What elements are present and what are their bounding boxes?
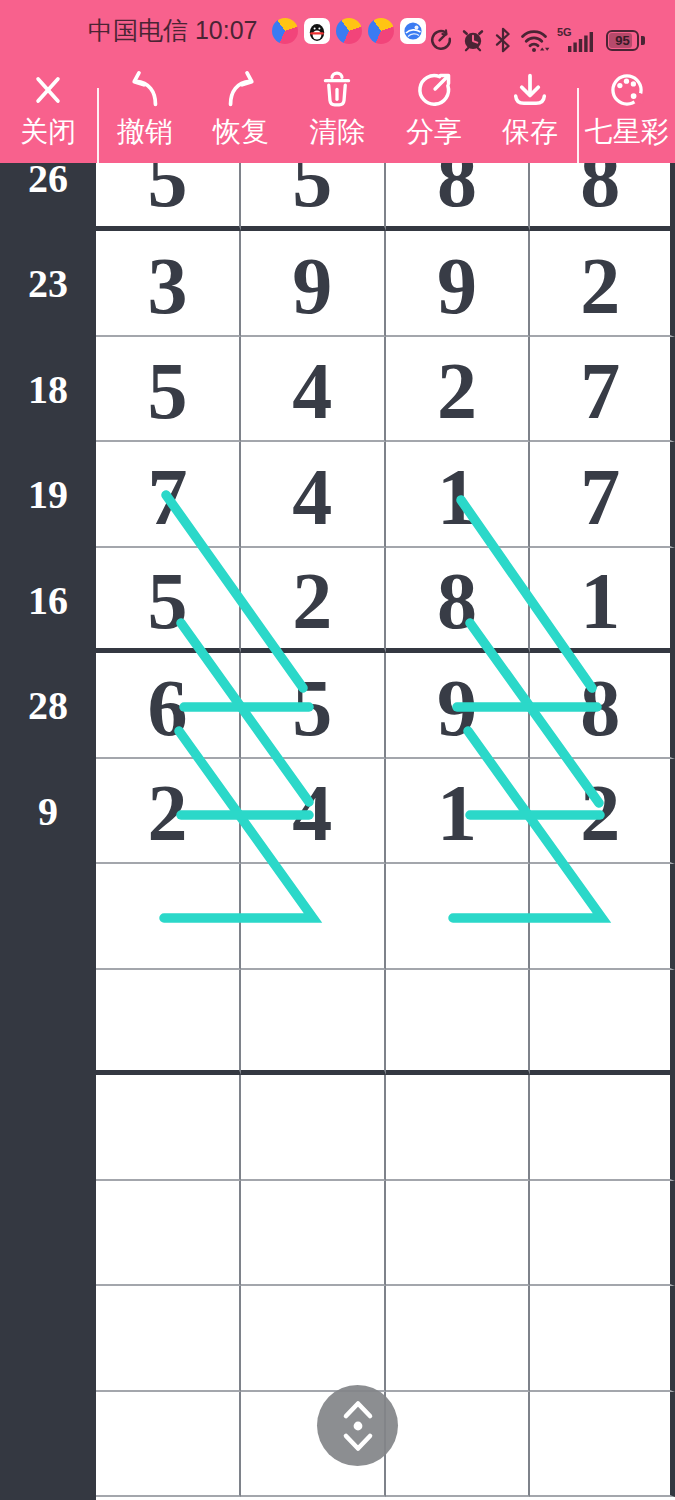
toolbar-divider xyxy=(577,88,579,170)
board-cell[interactable] xyxy=(241,864,386,970)
board-cell[interactable] xyxy=(530,1392,675,1498)
row-label: 16 xyxy=(0,548,96,654)
board-cell[interactable] xyxy=(530,1181,675,1287)
board-cell[interactable]: 8 xyxy=(386,548,531,654)
board-cell[interactable] xyxy=(530,864,675,970)
board-cell[interactable] xyxy=(96,1392,241,1498)
pinwheel-icon xyxy=(368,18,394,44)
board-cell[interactable] xyxy=(241,970,386,1076)
row-label: 18 xyxy=(0,337,96,443)
board-cell[interactable]: 5 xyxy=(96,163,241,231)
board-cell[interactable] xyxy=(96,1075,241,1181)
redo-icon xyxy=(219,68,263,112)
board-cell[interactable]: 4 xyxy=(241,337,386,443)
board-row xyxy=(0,1286,675,1392)
row-label xyxy=(0,1075,96,1181)
save-button[interactable]: 保存 xyxy=(482,60,578,163)
board-cell[interactable]: 7 xyxy=(530,337,675,443)
board-cell[interactable] xyxy=(241,1181,386,1287)
board-row: 92412 xyxy=(0,759,675,865)
board-cell[interactable] xyxy=(530,1286,675,1392)
signal-bars-icon: 5G xyxy=(557,26,599,54)
row-label xyxy=(0,1392,96,1498)
trend-chart-board: 2655882339921854271974171652812865989241… xyxy=(0,163,675,1500)
board-cell[interactable] xyxy=(241,1286,386,1392)
row-label xyxy=(0,864,96,970)
board-row xyxy=(0,864,675,970)
toolbar-label: 撤销 xyxy=(117,115,173,149)
board-cell[interactable] xyxy=(530,970,675,1076)
wifi-icon xyxy=(520,27,550,53)
board-cell[interactable] xyxy=(96,970,241,1076)
toolbar-label: 清除 xyxy=(309,115,365,149)
board-cell[interactable] xyxy=(96,1286,241,1392)
board-cell[interactable] xyxy=(96,1181,241,1287)
board-row: 286598 xyxy=(0,653,675,759)
board-cell[interactable]: 5 xyxy=(96,548,241,654)
clear-button[interactable]: 清除 xyxy=(289,60,385,163)
board-row: 197417 xyxy=(0,442,675,548)
board-row: 233992 xyxy=(0,231,675,337)
board-cell[interactable]: 2 xyxy=(386,337,531,443)
toolbar: 关闭 撤销 恢复 清除 分享 保存 七星彩 xyxy=(0,60,675,163)
alarm-icon xyxy=(460,27,486,53)
row-label: 23 xyxy=(0,231,96,337)
undo-icon xyxy=(123,68,167,112)
board-cell[interactable] xyxy=(386,1075,531,1181)
toolbar-divider xyxy=(97,88,99,170)
share-button[interactable]: 分享 xyxy=(386,60,482,163)
board-cell[interactable] xyxy=(386,970,531,1076)
row-label: 19 xyxy=(0,442,96,548)
board-cell[interactable]: 4 xyxy=(241,759,386,865)
svg-text:5G: 5G xyxy=(557,26,572,38)
board-cell[interactable]: 1 xyxy=(530,548,675,654)
redo-button[interactable]: 恢复 xyxy=(193,60,289,163)
toolbar-label: 恢复 xyxy=(213,115,269,149)
row-label xyxy=(0,1286,96,1392)
board-cell[interactable]: 2 xyxy=(530,759,675,865)
browser-globe-icon xyxy=(400,18,426,44)
row-label: 9 xyxy=(0,759,96,865)
close-icon xyxy=(26,68,70,112)
board-row: 165281 xyxy=(0,548,675,654)
pinwheel-icon xyxy=(336,18,362,44)
board-cell[interactable]: 9 xyxy=(386,653,531,759)
close-button[interactable]: 关闭 xyxy=(0,60,96,163)
board-cell[interactable]: 1 xyxy=(386,759,531,865)
status-bar: 中国电信 10:07 5G 95 xyxy=(0,0,675,60)
scroll-arrows-icon xyxy=(335,1394,381,1458)
battery-percent: 95 xyxy=(615,34,629,47)
scroll-toggle-button[interactable] xyxy=(317,1385,398,1466)
row-label xyxy=(0,970,96,1076)
carrier-and-time: 中国电信 10:07 xyxy=(88,14,258,47)
board-cell[interactable] xyxy=(530,1075,675,1181)
download-icon xyxy=(508,68,552,112)
board-cell[interactable] xyxy=(96,864,241,970)
battery-nub xyxy=(641,36,645,45)
qq-icon xyxy=(304,18,330,44)
palette-icon xyxy=(605,68,649,112)
board-grid: 2655882339921854271974171652812865989241… xyxy=(0,163,675,1497)
board-cell[interactable] xyxy=(386,1392,531,1498)
board-row xyxy=(0,1075,675,1181)
board-cell[interactable]: 5 xyxy=(96,337,241,443)
lottery-type-button[interactable]: 七星彩 xyxy=(579,60,675,163)
row-label: 26 xyxy=(0,163,96,231)
board-cell[interactable]: 9 xyxy=(386,231,531,337)
trash-icon xyxy=(315,68,359,112)
board-cell[interactable]: 7 xyxy=(96,442,241,548)
board-cell[interactable]: 7 xyxy=(530,442,675,548)
board-cell[interactable]: 2 xyxy=(241,548,386,654)
board-cell[interactable]: 1 xyxy=(386,442,531,548)
toolbar-label: 七星彩 xyxy=(585,115,669,149)
board-row: 265588 xyxy=(0,163,675,231)
board-cell[interactable] xyxy=(386,1181,531,1287)
battery-icon: 95 xyxy=(606,30,639,51)
board-cell[interactable]: 8 xyxy=(530,163,675,231)
board-cell[interactable]: 5 xyxy=(241,653,386,759)
pinwheel-icon xyxy=(272,18,298,44)
app-header: 中国电信 10:07 5G 95 关闭 xyxy=(0,0,675,163)
data-saver-icon xyxy=(427,27,453,53)
share-icon xyxy=(412,68,456,112)
toolbar-label: 关闭 xyxy=(20,115,76,149)
board-row: 185427 xyxy=(0,337,675,443)
board-row xyxy=(0,970,675,1076)
board-cell[interactable]: 4 xyxy=(241,442,386,548)
board-cell[interactable] xyxy=(386,1286,531,1392)
board-cell[interactable]: 3 xyxy=(96,231,241,337)
toolbar-label: 保存 xyxy=(502,115,558,149)
board-cell[interactable]: 2 xyxy=(530,231,675,337)
row-label: 28 xyxy=(0,653,96,759)
board-cell[interactable]: 6 xyxy=(96,653,241,759)
toolbar-label: 分享 xyxy=(406,115,462,149)
board-cell[interactable]: 5 xyxy=(241,163,386,231)
board-cell[interactable] xyxy=(386,864,531,970)
board-cell[interactable]: 2 xyxy=(96,759,241,865)
board-cell[interactable] xyxy=(241,1075,386,1181)
board-cell[interactable]: 8 xyxy=(386,163,531,231)
board-cell[interactable]: 9 xyxy=(241,231,386,337)
undo-button[interactable]: 撤销 xyxy=(96,60,192,163)
row-label xyxy=(0,1181,96,1287)
board-cell[interactable]: 8 xyxy=(530,653,675,759)
bluetooth-icon xyxy=(493,27,513,53)
board-row xyxy=(0,1181,675,1287)
